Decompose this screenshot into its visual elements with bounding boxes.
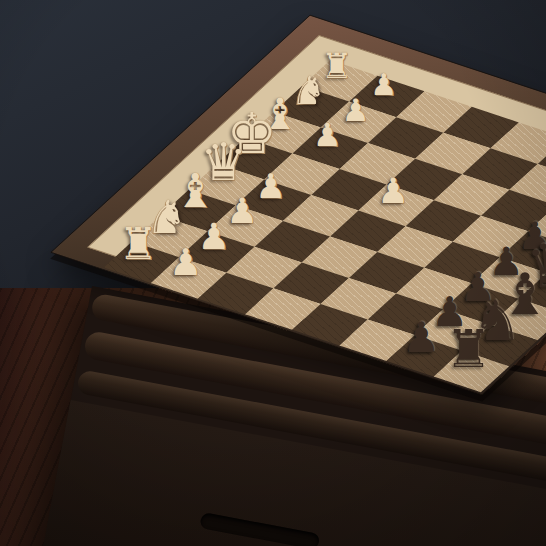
piece-white-pawn[interactable]: ♟ bbox=[370, 70, 397, 100]
piece-black-pawn[interactable]: ♟ bbox=[402, 317, 440, 359]
piece-white-pawn[interactable]: ♟ bbox=[169, 244, 202, 281]
drawer-handle-slot bbox=[199, 512, 320, 546]
piece-white-pawn[interactable]: ♟ bbox=[312, 119, 341, 151]
piece-white-pawn[interactable]: ♟ bbox=[255, 169, 285, 203]
rook-glyph: ♜ bbox=[445, 323, 492, 375]
rook-glyph: ♜ bbox=[118, 221, 157, 265]
piece-white-pawn[interactable]: ♟ bbox=[377, 173, 408, 208]
pawn-glyph: ♟ bbox=[312, 119, 341, 151]
pawn-glyph: ♟ bbox=[169, 244, 202, 281]
pawn-glyph: ♟ bbox=[377, 173, 408, 208]
pawn-glyph: ♟ bbox=[341, 94, 369, 125]
piece-white-pawn[interactable]: ♟ bbox=[341, 94, 369, 125]
pawn-glyph: ♟ bbox=[370, 70, 397, 100]
piece-white-pawn[interactable]: ♟ bbox=[226, 194, 257, 229]
piece-white-rook[interactable]: ♜ bbox=[118, 221, 157, 265]
piece-black-rook[interactable]: ♜ bbox=[445, 323, 492, 375]
pawn-glyph: ♟ bbox=[402, 317, 440, 359]
chess-photo-scene: ♜♟♟♜♞♟♟♞♝♟♟♝♚♟♟♚♛♟♟♛♝♟♟♝♞♟♟♞♜♟♟♜ Angled … bbox=[0, 0, 546, 546]
pawn-glyph: ♟ bbox=[226, 194, 257, 229]
pawn-glyph: ♟ bbox=[255, 169, 285, 203]
